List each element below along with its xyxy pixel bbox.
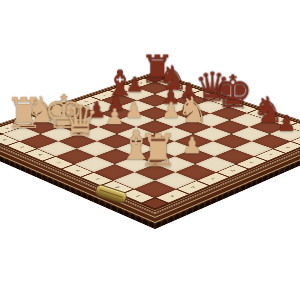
coordinate-label: 6 xyxy=(190,90,219,100)
coordinate-label: 8 xyxy=(155,78,183,88)
board-square xyxy=(192,113,229,127)
board-square xyxy=(81,113,118,127)
coordinate-label: e xyxy=(71,96,101,106)
coordinate-label: 2 xyxy=(267,116,298,127)
board-square xyxy=(155,100,191,113)
board-square xyxy=(118,113,155,127)
board-square xyxy=(174,120,212,134)
board-square xyxy=(43,113,80,127)
coordinate-label: 1 xyxy=(287,123,300,134)
coordinate-label: d xyxy=(52,103,82,114)
coordinate-label: c xyxy=(33,109,64,120)
coordinate-label: 7 xyxy=(173,84,202,94)
coordinate-label: b xyxy=(12,116,43,127)
board-square xyxy=(212,120,250,134)
chess-set-photo: 87654321hhggffeeddccbbaa87654321 ♜♟♞♝♟♟♛… xyxy=(0,0,300,300)
board-square xyxy=(120,88,155,100)
coordinate-label: h xyxy=(127,78,155,88)
board-square xyxy=(82,100,118,113)
coordinate-label: 4 xyxy=(228,103,258,114)
coordinate-label: 3 xyxy=(247,109,278,120)
board-square xyxy=(23,120,61,134)
board-square xyxy=(173,107,210,120)
board-square xyxy=(229,113,266,127)
board-3d: 87654321hhggffeeddccbbaa87654321 ♜♟♞♝♟♟♛… xyxy=(0,72,300,214)
board-square xyxy=(137,107,174,120)
coordinate-label: g xyxy=(109,84,138,94)
board-corner xyxy=(144,75,166,82)
board-square xyxy=(137,82,172,94)
coordinate-label: 5 xyxy=(209,96,239,106)
board-corner xyxy=(0,130,2,139)
board-corner xyxy=(142,198,169,209)
board-square xyxy=(210,107,247,120)
board-square xyxy=(63,107,100,120)
coordinate-label: a xyxy=(0,123,23,134)
board-square xyxy=(98,120,136,134)
board-square xyxy=(101,94,137,107)
board-square xyxy=(191,100,227,113)
board-square xyxy=(137,94,173,107)
board-square xyxy=(100,107,137,120)
board-square xyxy=(61,120,99,134)
board-square xyxy=(136,120,174,134)
board-square xyxy=(155,88,190,100)
board-square xyxy=(249,120,287,134)
board-square xyxy=(119,100,155,113)
board-square xyxy=(173,94,209,107)
coordinate-label: f xyxy=(90,90,119,100)
board-square xyxy=(155,113,192,127)
